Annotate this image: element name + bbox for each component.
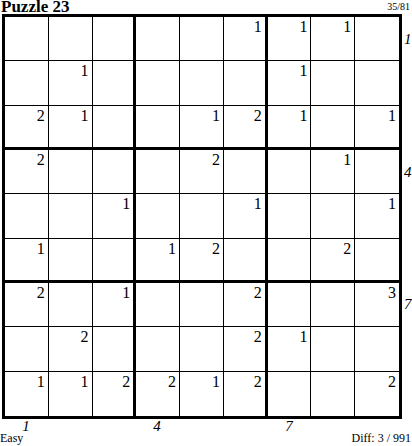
cell-r5c5[interactable] [180,194,224,238]
cell-r7c3[interactable]: 1 [93,283,137,327]
cell-clue: 2 [254,284,262,301]
cell-r9c7[interactable] [268,372,312,416]
cell-clue: 1 [37,240,45,257]
cell-r5c2[interactable] [49,194,93,238]
cell-r8c1[interactable] [5,327,49,371]
cell-r6c5[interactable]: 2 [180,239,224,283]
cell-r6c1[interactable]: 1 [5,239,49,283]
cell-clue: 1 [81,373,89,390]
cell-clue: 1 [122,195,130,212]
cell-r8c7[interactable]: 1 [268,327,312,371]
cell-r1c5[interactable] [180,17,224,61]
cell-clue: 2 [254,328,262,345]
cell-clue: 2 [81,328,89,345]
cell-clue: 2 [343,240,351,257]
cell-r9c3[interactable]: 2 [93,372,137,416]
col-label-4: 4 [146,419,168,434]
cell-r8c4[interactable] [136,327,180,371]
cell-r2c7[interactable]: 1 [268,61,312,105]
difficulty-rating: Diff: 3 / 991 [352,432,411,444]
cell-r5c4[interactable] [136,194,180,238]
cell-clue: 2 [168,373,176,390]
cell-clue: 1 [212,373,220,390]
cell-r4c2[interactable] [49,150,93,194]
cell-clue: 2 [388,373,396,390]
cell-r3c6[interactable]: 2 [224,106,268,150]
cell-r4c8[interactable]: 1 [311,150,355,194]
cell-r9c6[interactable]: 2 [224,372,268,416]
cell-r6c6[interactable] [224,239,268,283]
cell-clue: 1 [81,62,89,79]
cell-r8c9[interactable] [355,327,399,371]
cell-r2c4[interactable] [136,61,180,105]
cell-r9c4[interactable]: 2 [136,372,180,416]
cell-r4c9[interactable] [355,150,399,194]
cell-clue: 1 [254,195,262,212]
cell-r3c5[interactable]: 1 [180,106,224,150]
cell-r7c8[interactable] [311,283,355,327]
col-label-7: 7 [278,419,300,434]
cell-r6c3[interactable] [93,239,137,283]
cell-r5c3[interactable]: 1 [93,194,137,238]
cell-r4c4[interactable] [136,150,180,194]
cell-r8c6[interactable]: 2 [224,327,268,371]
cell-r3c7[interactable]: 1 [268,106,312,150]
cell-r9c9[interactable]: 2 [355,372,399,416]
row-label-4: 4 [404,165,412,180]
cell-r4c7[interactable] [268,150,312,194]
cell-clue: 2 [254,373,262,390]
cell-r4c6[interactable] [224,150,268,194]
cell-clue: 2 [37,107,45,124]
row-label-1: 1 [404,32,412,47]
clue-counter: 35/81 [387,1,410,12]
cell-r5c1[interactable] [5,194,49,238]
cell-clue: 2 [254,107,262,124]
cell-r2c2[interactable]: 1 [49,61,93,105]
cell-clue: 1 [299,62,307,79]
cell-r6c4[interactable]: 1 [136,239,180,283]
cell-r1c1[interactable] [5,17,49,61]
cell-r2c5[interactable] [180,61,224,105]
cell-r3c3[interactable] [93,106,137,150]
cell-clue: 1 [299,328,307,345]
cell-r5c9[interactable]: 1 [355,194,399,238]
cell-r5c7[interactable] [268,194,312,238]
puzzle-page: Puzzle 23 35/81 111112112112211111122212… [0,0,412,446]
cell-r1c7[interactable]: 1 [268,17,312,61]
cell-r2c6[interactable] [224,61,268,105]
cell-clue: 1 [212,107,220,124]
cell-r6c2[interactable] [49,239,93,283]
cell-r2c9[interactable] [355,61,399,105]
cell-clue: 1 [168,240,176,257]
cell-r9c1[interactable]: 1 [5,372,49,416]
cell-clue: 2 [37,151,45,168]
cell-r3c4[interactable] [136,106,180,150]
cell-r3c9[interactable]: 1 [355,106,399,150]
cell-r9c2[interactable]: 1 [49,372,93,416]
cell-r5c8[interactable] [311,194,355,238]
cell-r2c1[interactable] [5,61,49,105]
cell-clue: 1 [122,284,130,301]
cell-r5c6[interactable]: 1 [224,194,268,238]
cell-r8c5[interactable] [180,327,224,371]
cell-clue: 2 [212,240,220,257]
cell-r7c4[interactable] [136,283,180,327]
cell-clue: 2 [37,284,45,301]
cell-clue: 1 [343,151,351,168]
cell-r9c8[interactable] [311,372,355,416]
cell-r1c8[interactable]: 1 [311,17,355,61]
cell-r4c3[interactable] [93,150,137,194]
row-label-7: 7 [404,297,412,312]
cell-r3c2[interactable]: 1 [49,106,93,150]
cell-clue: 1 [388,107,396,124]
cell-r7c9[interactable]: 3 [355,283,399,327]
cell-clue: 1 [388,195,396,212]
cell-r3c8[interactable] [311,106,355,150]
cell-r9c5[interactable]: 1 [180,372,224,416]
cell-r1c3[interactable] [93,17,137,61]
page-title: Puzzle 23 [1,0,69,15]
cell-r2c3[interactable] [93,61,137,105]
cell-r6c8[interactable]: 2 [311,239,355,283]
puzzle-board: 11111211211221111112221232211122122 [2,14,402,419]
cell-r4c1[interactable]: 2 [5,150,49,194]
cell-r1c6[interactable]: 1 [224,17,268,61]
cell-r8c2[interactable]: 2 [49,327,93,371]
cell-r6c7[interactable] [268,239,312,283]
cell-r1c9[interactable] [355,17,399,61]
cell-r7c7[interactable] [268,283,312,327]
cell-clue: 1 [81,107,89,124]
cell-clue: 2 [122,373,130,390]
cell-r7c5[interactable] [180,283,224,327]
cell-clue: 1 [37,373,45,390]
cell-r7c6[interactable]: 2 [224,283,268,327]
cell-r6c9[interactable] [355,239,399,283]
cell-clue: 1 [299,107,307,124]
cell-clue: 1 [299,18,307,35]
cell-r7c2[interactable] [49,283,93,327]
cell-r8c3[interactable] [93,327,137,371]
cell-clue: 2 [212,151,220,168]
cell-r1c4[interactable] [136,17,180,61]
cell-r1c2[interactable] [49,17,93,61]
cell-r7c1[interactable]: 2 [5,283,49,327]
cell-r2c8[interactable] [311,61,355,105]
cell-clue: 1 [254,18,262,35]
difficulty-label: Easy [0,432,23,444]
cell-r4c5[interactable]: 2 [180,150,224,194]
cell-clue: 1 [343,18,351,35]
cell-r8c8[interactable] [311,327,355,371]
cell-r3c1[interactable]: 2 [5,106,49,150]
cell-clue: 3 [388,284,396,301]
